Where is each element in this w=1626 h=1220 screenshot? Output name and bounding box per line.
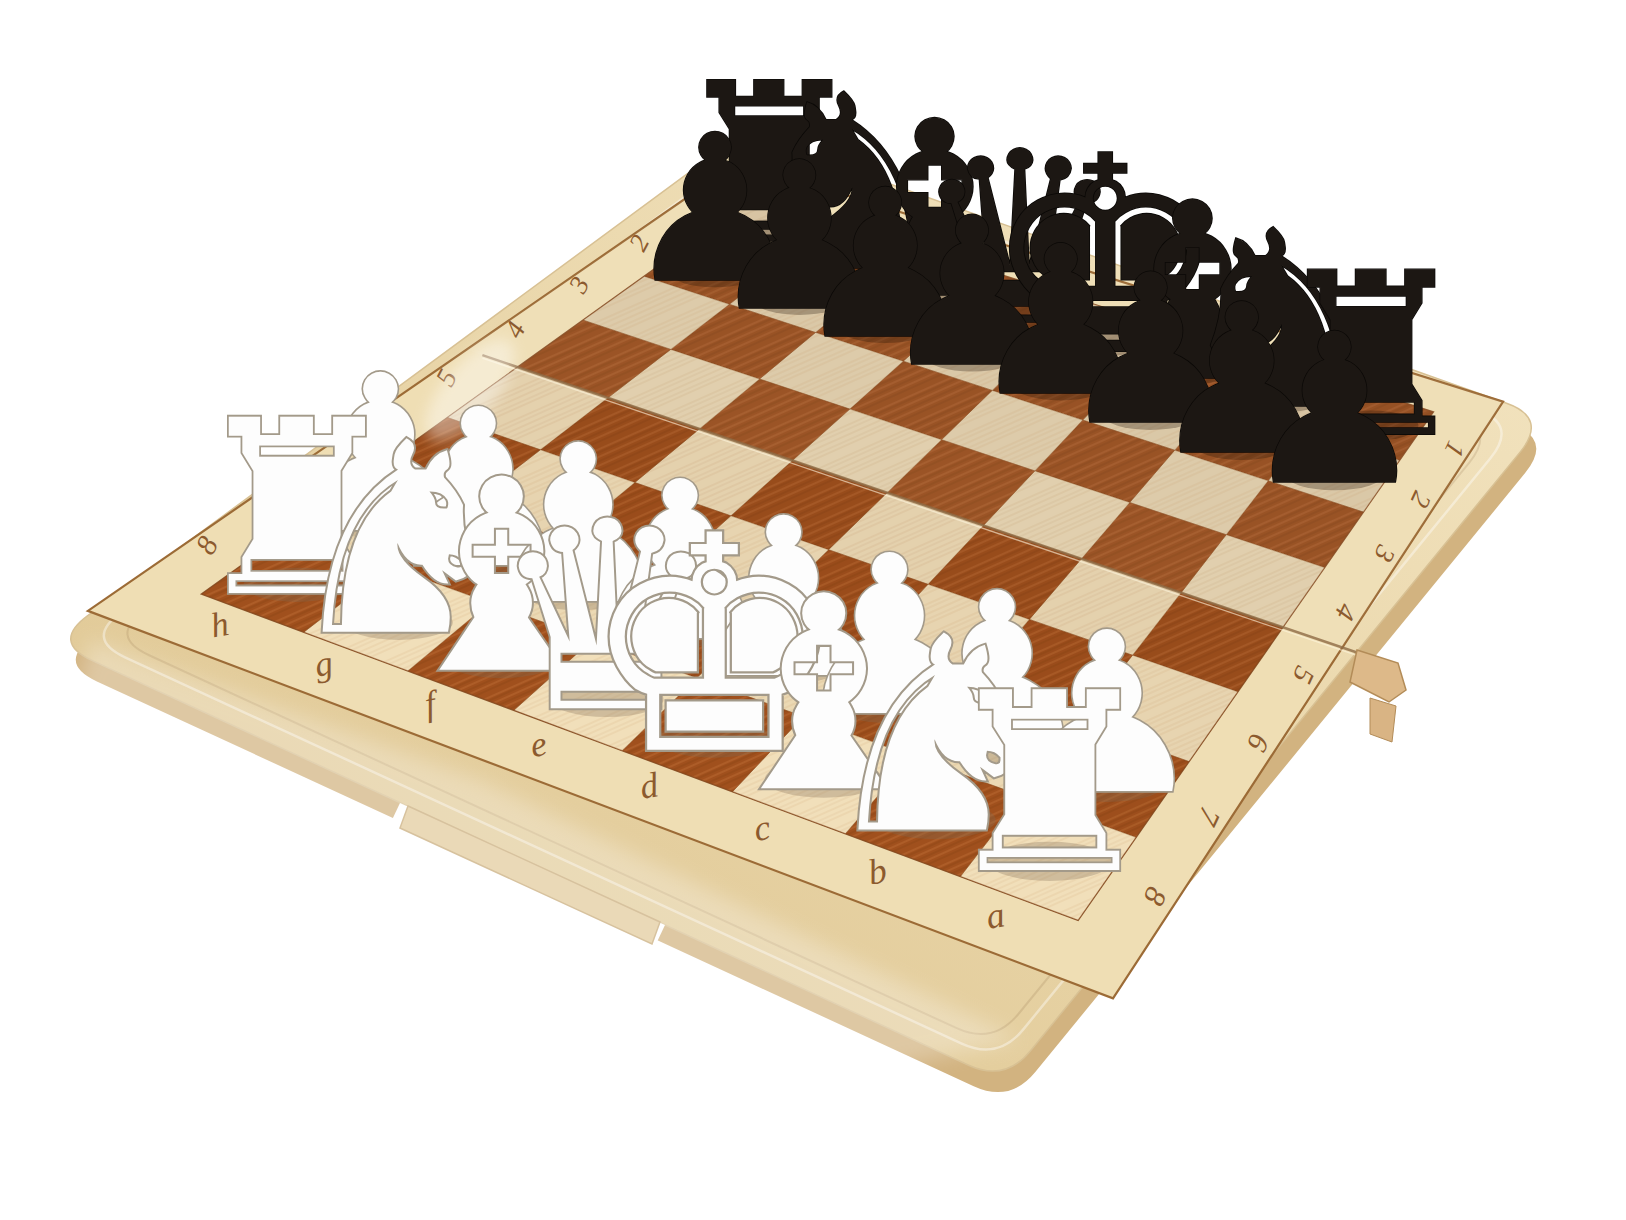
piece-black-pawn-a2[interactable]: ♟: [1242, 289, 1428, 531]
piece-white-rook-a8[interactable]: ♜: [938, 640, 1160, 928]
fold-latch-tab: [1370, 698, 1396, 742]
fold-latch: [1350, 650, 1406, 702]
product-photo: hgfedcba8765432112345678 ♜♞♟♝♟♛♟♚♟♝♟♞♟♜♟…: [0, 0, 1626, 1220]
chessboard-photo: hgfedcba8765432112345678 ♜♞♟♝♟♛♟♚♟♝♟♞♟♜♟…: [0, 0, 1626, 1220]
